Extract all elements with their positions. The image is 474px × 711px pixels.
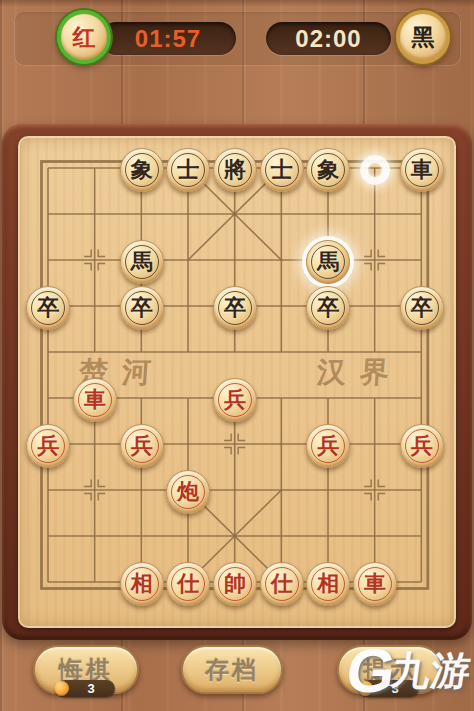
piece-glyph: 兵: [27, 425, 69, 467]
piece-glyph: 象: [307, 149, 349, 191]
piece-glyph: 仕: [261, 563, 303, 605]
piece-red-chariot[interactable]: 車: [353, 562, 397, 606]
piece-glyph: 兵: [214, 379, 256, 421]
piece-glyph: 車: [354, 563, 396, 605]
piece-glyph: 兵: [401, 425, 443, 467]
piece-glyph: 卒: [27, 287, 69, 329]
piece-glyph: 炮: [167, 471, 209, 513]
piece-red-soldier[interactable]: 兵: [26, 424, 70, 468]
save-game-button[interactable]: 存档: [181, 645, 283, 694]
black-clock: 02:00: [266, 22, 391, 55]
piece-red-soldier[interactable]: 兵: [120, 424, 164, 468]
piece-black-elephant[interactable]: 象: [120, 148, 164, 192]
piece-glyph: 象: [121, 149, 163, 191]
piece-red-cannon[interactable]: 炮: [166, 470, 210, 514]
hint-count: 3: [391, 681, 398, 696]
piece-black-soldier[interactable]: 卒: [120, 286, 164, 330]
piece-glyph: 兵: [307, 425, 349, 467]
piece-glyph: 兵: [121, 425, 163, 467]
piece-red-soldier[interactable]: 兵: [400, 424, 444, 468]
piece-black-soldier[interactable]: 卒: [213, 286, 257, 330]
piece-glyph: 卒: [307, 287, 349, 329]
piece-glyph: 卒: [121, 287, 163, 329]
piece-glyph: 將: [214, 149, 256, 191]
hint-count-badge: 3: [361, 680, 419, 697]
piece-black-horse[interactable]: 馬: [120, 240, 164, 284]
undo-count: 3: [87, 681, 94, 696]
piece-red-advisor[interactable]: 仕: [260, 562, 304, 606]
piece-glyph: 相: [121, 563, 163, 605]
piece-black-general[interactable]: 將: [213, 148, 257, 192]
undo-move-button[interactable]: 悔棋 3: [33, 645, 139, 694]
piece-glyph: 士: [167, 149, 209, 191]
save-game-label: 存档: [205, 654, 259, 686]
piece-glyph: 卒: [214, 287, 256, 329]
piece-black-soldier[interactable]: 卒: [306, 286, 350, 330]
pieces-layer: 象士將士象車馬馬卒卒卒卒卒車兵兵兵兵兵炮相仕帥仕相車: [25, 147, 445, 607]
piece-red-soldier[interactable]: 兵: [213, 378, 257, 422]
red-player-label: 红: [73, 22, 96, 53]
red-clock-time: 01:57: [135, 25, 201, 53]
last-move-from-marker: [360, 155, 390, 185]
black-player-label: 黑: [412, 22, 435, 53]
piece-glyph: 帥: [214, 563, 256, 605]
piece-glyph: 卒: [401, 287, 443, 329]
coin-icon: [358, 681, 373, 696]
piece-red-elephant[interactable]: 相: [120, 562, 164, 606]
piece-black-soldier[interactable]: 卒: [26, 286, 70, 330]
piece-red-advisor[interactable]: 仕: [166, 562, 210, 606]
piece-black-advisor[interactable]: 士: [260, 148, 304, 192]
piece-glyph: 仕: [167, 563, 209, 605]
piece-black-soldier[interactable]: 卒: [400, 286, 444, 330]
piece-black-elephant[interactable]: 象: [306, 148, 350, 192]
black-player-disc: 黑: [396, 10, 450, 64]
piece-glyph: 車: [74, 379, 116, 421]
piece-red-chariot[interactable]: 車: [73, 378, 117, 422]
piece-glyph: 馬: [307, 241, 349, 283]
piece-glyph: 士: [261, 149, 303, 191]
piece-glyph: 馬: [121, 241, 163, 283]
hint-button[interactable]: 提示 3: [337, 645, 443, 694]
coin-icon: [54, 681, 69, 696]
red-clock: 01:57: [100, 22, 236, 55]
black-clock-time: 02:00: [295, 25, 361, 53]
piece-red-soldier[interactable]: 兵: [306, 424, 350, 468]
piece-black-advisor[interactable]: 士: [166, 148, 210, 192]
piece-glyph: 車: [401, 149, 443, 191]
piece-red-elephant[interactable]: 相: [306, 562, 350, 606]
undo-count-badge: 3: [57, 680, 115, 697]
piece-black-horse[interactable]: 馬: [306, 240, 350, 284]
red-player-disc: 红: [57, 10, 111, 64]
piece-red-general[interactable]: 帥: [213, 562, 257, 606]
xiangqi-app-screen: 红 01:57 02:00 黑 楚河 汉界 象士將士象車馬馬卒卒卒卒卒車兵兵兵兵…: [0, 0, 474, 711]
piece-black-chariot[interactable]: 車: [400, 148, 444, 192]
piece-glyph: 相: [307, 563, 349, 605]
